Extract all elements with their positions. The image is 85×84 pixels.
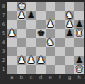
- rank-label-8: 8: [0, 2, 7, 11]
- square-c2[interactable]: ♟: [26, 56, 36, 65]
- rank-labels: 87654321: [0, 2, 7, 74]
- square-g4[interactable]: [65, 38, 75, 47]
- file-label-d: d: [36, 74, 46, 84]
- square-b3[interactable]: [17, 47, 27, 56]
- square-h1[interactable]: ♛: [74, 65, 84, 74]
- file-label-e: e: [46, 74, 56, 84]
- square-h3[interactable]: [74, 47, 84, 56]
- square-c8[interactable]: [26, 2, 36, 11]
- square-a2[interactable]: [7, 56, 17, 65]
- rank-label-1: 1: [0, 65, 7, 74]
- square-d8[interactable]: [36, 2, 46, 11]
- piece-white-pawn[interactable]: ♟: [37, 56, 45, 65]
- square-e1[interactable]: [46, 65, 56, 74]
- square-c4[interactable]: [26, 38, 36, 47]
- square-e3[interactable]: [46, 47, 56, 56]
- piece-black-king[interactable]: ♚: [37, 29, 45, 38]
- square-f5[interactable]: [55, 29, 65, 38]
- file-labels: abcdefgh: [7, 74, 84, 84]
- square-f8[interactable]: [55, 2, 65, 11]
- file-label-g: g: [65, 74, 75, 84]
- square-b5[interactable]: [17, 29, 27, 38]
- square-b2[interactable]: ♟: [17, 56, 27, 65]
- square-d3[interactable]: [36, 47, 46, 56]
- square-a5[interactable]: ♟: [7, 29, 17, 38]
- square-d2[interactable]: ♟: [36, 56, 46, 65]
- square-e4[interactable]: ♞: [46, 38, 56, 47]
- piece-white-rook[interactable]: ♜: [75, 29, 83, 38]
- square-d7[interactable]: [36, 11, 46, 20]
- square-f3[interactable]: [55, 47, 65, 56]
- square-b7[interactable]: ♟: [17, 11, 27, 20]
- square-d5[interactable]: ♚: [36, 29, 46, 38]
- rank-label-4: 4: [0, 38, 7, 47]
- piece-black-pawn[interactable]: ♟: [27, 11, 35, 20]
- square-a6[interactable]: [7, 20, 17, 29]
- rank-label-5: 5: [0, 29, 7, 38]
- square-c6[interactable]: [26, 20, 36, 29]
- chess-diagram: 87654321 ♚♟♟♞♟♟♟♟♚♟♜♞♟♟♟♟♛ abcdefgh: [0, 0, 85, 84]
- piece-black-pawn[interactable]: ♟: [75, 20, 83, 29]
- piece-black-pawn[interactable]: ♟: [66, 29, 74, 38]
- square-c7[interactable]: ♟: [26, 11, 36, 20]
- square-a1[interactable]: [7, 65, 17, 74]
- rank-label-2: 2: [0, 56, 7, 65]
- square-g6[interactable]: ♟: [65, 20, 75, 29]
- square-d4[interactable]: [36, 38, 46, 47]
- square-h4[interactable]: [74, 38, 84, 47]
- square-f1[interactable]: [55, 65, 65, 74]
- square-g8[interactable]: [65, 2, 75, 11]
- square-c3[interactable]: [26, 47, 36, 56]
- piece-white-king[interactable]: ♚: [17, 2, 25, 11]
- square-f7[interactable]: [55, 11, 65, 20]
- square-h8[interactable]: [74, 2, 84, 11]
- square-g7[interactable]: ♞: [65, 11, 75, 20]
- square-c5[interactable]: [26, 29, 36, 38]
- square-e5[interactable]: [46, 29, 56, 38]
- square-b1[interactable]: [17, 65, 27, 74]
- piece-white-pawn[interactable]: ♟: [17, 11, 25, 20]
- piece-white-knight[interactable]: ♞: [46, 38, 54, 47]
- file-label-f: f: [55, 74, 65, 84]
- rank-label-7: 7: [0, 11, 7, 20]
- piece-white-knight[interactable]: ♞: [66, 11, 74, 20]
- square-g1[interactable]: [65, 65, 75, 74]
- square-d6[interactable]: [36, 20, 46, 29]
- square-f6[interactable]: [55, 20, 65, 29]
- rank-label-6: 6: [0, 20, 7, 29]
- square-c1[interactable]: [26, 65, 36, 74]
- rank-label-3: 3: [0, 47, 7, 56]
- square-e6[interactable]: ♟: [46, 20, 56, 29]
- piece-black-pawn[interactable]: ♟: [75, 56, 83, 65]
- square-b4[interactable]: [17, 38, 27, 47]
- piece-white-pawn[interactable]: ♟: [66, 20, 74, 29]
- file-label-c: c: [26, 74, 36, 84]
- square-g3[interactable]: [65, 47, 75, 56]
- square-f4[interactable]: [55, 38, 65, 47]
- square-e2[interactable]: [46, 56, 56, 65]
- chess-board[interactable]: ♚♟♟♞♟♟♟♟♚♟♜♞♟♟♟♟♛: [7, 2, 84, 74]
- file-label-b: b: [17, 74, 27, 84]
- square-h2[interactable]: ♟: [74, 56, 84, 65]
- square-a4[interactable]: [7, 38, 17, 47]
- piece-white-pawn[interactable]: ♟: [17, 56, 25, 65]
- piece-white-pawn[interactable]: ♟: [46, 20, 54, 29]
- square-b8[interactable]: ♚: [17, 2, 27, 11]
- square-g5[interactable]: ♟: [65, 29, 75, 38]
- square-b6[interactable]: [17, 20, 27, 29]
- piece-white-pawn[interactable]: ♟: [8, 29, 16, 38]
- square-h6[interactable]: ♟: [74, 20, 84, 29]
- square-e7[interactable]: [46, 11, 56, 20]
- square-h5[interactable]: ♜: [74, 29, 84, 38]
- square-a8[interactable]: [7, 2, 17, 11]
- square-g2[interactable]: [65, 56, 75, 65]
- square-a3[interactable]: [7, 47, 17, 56]
- piece-white-pawn[interactable]: ♟: [27, 56, 35, 65]
- square-e8[interactable]: [46, 2, 56, 11]
- file-label-a: a: [7, 74, 17, 84]
- square-f2[interactable]: [55, 56, 65, 65]
- piece-white-queen[interactable]: ♛: [75, 65, 83, 74]
- file-label-h: h: [74, 74, 84, 84]
- square-h7[interactable]: [74, 11, 84, 20]
- square-a7[interactable]: [7, 11, 17, 20]
- square-d1[interactable]: [36, 65, 46, 74]
